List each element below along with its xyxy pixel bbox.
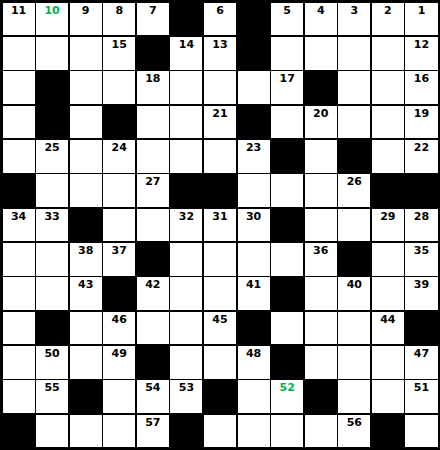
- letter-cell-r11c13[interactable]: 47: [405, 346, 437, 379]
- clue-number-31: 31: [212, 209, 227, 222]
- letter-cell-r7c5[interactable]: [137, 209, 169, 242]
- letter-cell-r2c1[interactable]: [3, 37, 35, 70]
- letter-cell-r5c2[interactable]: 25: [36, 140, 68, 173]
- clue-number-33: 33: [44, 209, 59, 222]
- letter-cell-r11c4[interactable]: 49: [103, 346, 135, 379]
- letter-cell-r7c4[interactable]: [103, 209, 135, 242]
- block-cell-r3c2: [36, 71, 68, 104]
- clue-number-34: 34: [11, 209, 26, 222]
- clue-number-24: 24: [112, 140, 127, 153]
- clue-number-19: 19: [414, 106, 429, 119]
- letter-cell-r11c2[interactable]: 50: [36, 346, 68, 379]
- clue-number-43: 43: [78, 277, 93, 290]
- letter-cell-r11c1[interactable]: [3, 346, 35, 379]
- block-cell-r10c13: [405, 312, 437, 345]
- clue-number-57: 57: [145, 415, 160, 428]
- letter-cell-r8c6[interactable]: [170, 243, 202, 276]
- letter-cell-r13c9[interactable]: [271, 415, 303, 448]
- block-cell-r12c3: [70, 380, 102, 413]
- clue-number-8: 8: [115, 3, 123, 16]
- letter-cell-r10c3[interactable]: [70, 312, 102, 345]
- block-cell-r4c8: [238, 106, 270, 139]
- letter-cell-r12c9[interactable]: 52: [271, 380, 303, 413]
- block-cell-r6c13: [405, 174, 437, 207]
- clue-number-47: 47: [414, 346, 429, 359]
- letter-cell-r2c2[interactable]: [36, 37, 68, 70]
- letter-cell-r10c4[interactable]: 46: [103, 312, 135, 345]
- letter-cell-r10c6[interactable]: [170, 312, 202, 345]
- letter-cell-r7c13[interactable]: 28: [405, 209, 437, 242]
- clue-number-29: 29: [380, 209, 395, 222]
- letter-cell-r3c3[interactable]: [70, 71, 102, 104]
- letter-cell-r3c8[interactable]: [238, 71, 270, 104]
- letter-cell-r10c11[interactable]: [338, 312, 370, 345]
- block-cell-r9c9: [271, 277, 303, 310]
- clue-number-7: 7: [149, 3, 157, 16]
- letter-cell-r2c4[interactable]: 15: [103, 37, 135, 70]
- letter-cell-r4c13[interactable]: 19: [405, 106, 437, 139]
- letter-cell-r13c4[interactable]: [103, 415, 135, 448]
- block-cell-r13c12: [372, 415, 404, 448]
- letter-cell-r1c1[interactable]: 11: [3, 3, 35, 36]
- clue-number-30: 30: [246, 209, 261, 222]
- letter-cell-r6c5[interactable]: 27: [137, 174, 169, 207]
- letter-cell-r8c8[interactable]: [238, 243, 270, 276]
- letter-cell-r1c7[interactable]: 6: [204, 3, 236, 36]
- block-cell-r5c9: [271, 140, 303, 173]
- clue-number-50: 50: [44, 346, 59, 359]
- letter-cell-r8c4[interactable]: 37: [103, 243, 135, 276]
- clue-number-36: 36: [313, 243, 328, 256]
- clue-number-11: 11: [11, 3, 26, 16]
- letter-cell-r6c10[interactable]: [305, 174, 337, 207]
- letter-cell-r7c2[interactable]: 33: [36, 209, 68, 242]
- letter-cell-r13c3[interactable]: [70, 415, 102, 448]
- letter-cell-r5c13[interactable]: 22: [405, 140, 437, 173]
- letter-cell-r9c12[interactable]: [372, 277, 404, 310]
- letter-cell-r9c5[interactable]: 42: [137, 277, 169, 310]
- clue-number-51: 51: [414, 380, 429, 393]
- letter-cell-r3c11[interactable]: [338, 71, 370, 104]
- letter-cell-r7c12[interactable]: 29: [372, 209, 404, 242]
- clue-number-35: 35: [414, 243, 429, 256]
- letter-cell-r13c7[interactable]: [204, 415, 236, 448]
- block-cell-r13c1: [3, 415, 35, 448]
- letter-cell-r8c7[interactable]: [204, 243, 236, 276]
- letter-cell-r3c12[interactable]: [372, 71, 404, 104]
- letter-cell-r9c1[interactable]: [3, 277, 35, 310]
- letter-cell-r13c5[interactable]: 57: [137, 415, 169, 448]
- letter-cell-r12c13[interactable]: 51: [405, 380, 437, 413]
- letter-cell-r5c3[interactable]: [70, 140, 102, 173]
- clue-number-55: 55: [44, 380, 59, 393]
- clue-number-2: 2: [384, 3, 392, 16]
- letter-cell-r7c10[interactable]: [305, 209, 337, 242]
- clue-number-15: 15: [112, 37, 127, 50]
- clue-number-23: 23: [246, 140, 261, 153]
- clue-number-39: 39: [414, 277, 429, 290]
- clue-number-3: 3: [350, 3, 358, 16]
- block-cell-r3c10: [305, 71, 337, 104]
- letter-cell-r8c12[interactable]: [372, 243, 404, 276]
- letter-cell-r9c10[interactable]: [305, 277, 337, 310]
- letter-cell-r4c12[interactable]: [372, 106, 404, 139]
- letter-cell-r13c8[interactable]: [238, 415, 270, 448]
- clue-number-44: 44: [380, 312, 395, 325]
- letter-cell-r2c11[interactable]: [338, 37, 370, 70]
- letter-cell-r7c8[interactable]: 30: [238, 209, 270, 242]
- letter-cell-r11c3[interactable]: [70, 346, 102, 379]
- block-cell-r2c8: [238, 37, 270, 70]
- block-cell-r11c5: [137, 346, 169, 379]
- clue-number-45: 45: [212, 312, 227, 325]
- letter-cell-r11c11[interactable]: [338, 346, 370, 379]
- clue-number-48: 48: [246, 346, 261, 359]
- letter-cell-r6c11[interactable]: 26: [338, 174, 370, 207]
- block-cell-r4c4: [103, 106, 135, 139]
- letter-cell-r5c8[interactable]: 23: [238, 140, 270, 173]
- block-cell-r1c6: [170, 3, 202, 36]
- block-cell-r6c12: [372, 174, 404, 207]
- letter-cell-r3c1[interactable]: [3, 71, 35, 104]
- clue-number-16: 16: [414, 71, 429, 84]
- letter-cell-r13c2[interactable]: [36, 415, 68, 448]
- letter-cell-r2c13[interactable]: 12: [405, 37, 437, 70]
- letter-cell-r9c3[interactable]: 43: [70, 277, 102, 310]
- letter-cell-r7c11[interactable]: [338, 209, 370, 242]
- clue-number-54: 54: [145, 380, 160, 393]
- clue-number-4: 4: [317, 3, 325, 16]
- letter-cell-r13c10[interactable]: [305, 415, 337, 448]
- clue-number-56: 56: [347, 415, 362, 428]
- letter-cell-r12c2[interactable]: 55: [36, 380, 68, 413]
- letter-cell-r2c12[interactable]: [372, 37, 404, 70]
- letter-cell-r2c9[interactable]: [271, 37, 303, 70]
- clue-number-25: 25: [44, 140, 59, 153]
- letter-cell-r9c6[interactable]: [170, 277, 202, 310]
- letter-cell-r5c7[interactable]: [204, 140, 236, 173]
- letter-cell-r3c5[interactable]: 18: [137, 71, 169, 104]
- letter-cell-r9c11[interactable]: 40: [338, 277, 370, 310]
- letter-cell-r6c2[interactable]: [36, 174, 68, 207]
- block-cell-r7c9: [271, 209, 303, 242]
- letter-cell-r3c6[interactable]: [170, 71, 202, 104]
- letter-cell-r4c1[interactable]: [3, 106, 35, 139]
- letter-cell-r6c3[interactable]: [70, 174, 102, 207]
- letter-cell-r12c1[interactable]: [3, 380, 35, 413]
- letter-cell-r5c4[interactable]: 24: [103, 140, 135, 173]
- letter-cell-r8c1[interactable]: [3, 243, 35, 276]
- letter-cell-r9c8[interactable]: 41: [238, 277, 270, 310]
- letter-cell-r8c3[interactable]: 38: [70, 243, 102, 276]
- letter-cell-r11c12[interactable]: [372, 346, 404, 379]
- clue-number-17: 17: [279, 71, 294, 84]
- letter-cell-r4c10[interactable]: 20: [305, 106, 337, 139]
- letter-cell-r1c11[interactable]: 3: [338, 3, 370, 36]
- clue-number-12: 12: [414, 37, 429, 50]
- letter-cell-r9c13[interactable]: 39: [405, 277, 437, 310]
- clue-number-40: 40: [347, 277, 362, 290]
- clue-number-9: 9: [82, 3, 90, 16]
- clue-number-42: 42: [145, 277, 160, 290]
- clue-number-14: 14: [179, 37, 194, 50]
- letter-cell-r3c9[interactable]: 17: [271, 71, 303, 104]
- letter-cell-r10c5[interactable]: [137, 312, 169, 345]
- letter-cell-r5c6[interactable]: [170, 140, 202, 173]
- letter-cell-r5c12[interactable]: [372, 140, 404, 173]
- block-cell-r13c6: [170, 415, 202, 448]
- clue-number-53: 53: [179, 380, 194, 393]
- letter-cell-r2c3[interactable]: [70, 37, 102, 70]
- letter-cell-r8c9[interactable]: [271, 243, 303, 276]
- letter-cell-r7c6[interactable]: 32: [170, 209, 202, 242]
- letter-cell-r12c5[interactable]: 54: [137, 380, 169, 413]
- letter-cell-r12c12[interactable]: [372, 380, 404, 413]
- letter-cell-r5c1[interactable]: [3, 140, 35, 173]
- letter-cell-r2c7[interactable]: 13: [204, 37, 236, 70]
- block-cell-r12c10: [305, 380, 337, 413]
- clue-number-46: 46: [112, 312, 127, 325]
- letter-cell-r1c5[interactable]: 7: [137, 3, 169, 36]
- letter-cell-r8c2[interactable]: [36, 243, 68, 276]
- letter-cell-r9c7[interactable]: [204, 277, 236, 310]
- block-cell-r8c11: [338, 243, 370, 276]
- letter-cell-r7c7[interactable]: 31: [204, 209, 236, 242]
- block-cell-r5c11: [338, 140, 370, 173]
- letter-cell-r10c7[interactable]: 45: [204, 312, 236, 345]
- letter-cell-r12c11[interactable]: [338, 380, 370, 413]
- letter-cell-r3c4[interactable]: [103, 71, 135, 104]
- block-cell-r4c2: [36, 106, 68, 139]
- letter-cell-r8c13[interactable]: 35: [405, 243, 437, 276]
- block-cell-r11c9: [271, 346, 303, 379]
- clue-number-5: 5: [283, 3, 291, 16]
- clue-number-37: 37: [112, 243, 127, 256]
- block-cell-r2c5: [137, 37, 169, 70]
- letter-cell-r4c11[interactable]: [338, 106, 370, 139]
- letter-cell-r4c9[interactable]: [271, 106, 303, 139]
- clue-number-10: 10: [44, 3, 59, 16]
- block-cell-r12c7: [204, 380, 236, 413]
- clue-number-21: 21: [212, 106, 227, 119]
- letter-cell-r11c10[interactable]: [305, 346, 337, 379]
- clue-number-18: 18: [145, 71, 160, 84]
- letter-cell-r3c7[interactable]: [204, 71, 236, 104]
- letter-cell-r10c12[interactable]: 44: [372, 312, 404, 345]
- clue-number-49: 49: [112, 346, 127, 359]
- block-cell-r10c8: [238, 312, 270, 345]
- letter-cell-r9c2[interactable]: [36, 277, 68, 310]
- block-cell-r6c6: [170, 174, 202, 207]
- letter-cell-r10c10[interactable]: [305, 312, 337, 345]
- letter-cell-r11c8[interactable]: 48: [238, 346, 270, 379]
- clue-number-27: 27: [145, 174, 160, 187]
- letter-cell-r1c9[interactable]: 5: [271, 3, 303, 36]
- block-cell-r10c2: [36, 312, 68, 345]
- letter-cell-r12c8[interactable]: [238, 380, 270, 413]
- clue-number-52: 52: [279, 380, 294, 393]
- letter-cell-r10c1[interactable]: [3, 312, 35, 345]
- letter-cell-r6c8[interactable]: [238, 174, 270, 207]
- letter-cell-r7c1[interactable]: 34: [3, 209, 35, 242]
- letter-cell-r5c10[interactable]: [305, 140, 337, 173]
- block-cell-r7c3: [70, 209, 102, 242]
- clue-number-26: 26: [347, 174, 362, 187]
- block-cell-r8c5: [137, 243, 169, 276]
- letter-cell-r6c4[interactable]: [103, 174, 135, 207]
- clue-number-32: 32: [179, 209, 194, 222]
- letter-cell-r11c7[interactable]: [204, 346, 236, 379]
- letter-cell-r4c5[interactable]: [137, 106, 169, 139]
- letter-cell-r1c10[interactable]: 4: [305, 3, 337, 36]
- clue-number-22: 22: [414, 140, 429, 153]
- letter-cell-r1c3[interactable]: 9: [70, 3, 102, 36]
- letter-cell-r13c13[interactable]: [405, 415, 437, 448]
- block-cell-r6c1: [3, 174, 35, 207]
- block-cell-r9c4: [103, 277, 135, 310]
- letter-cell-r2c10[interactable]: [305, 37, 337, 70]
- letter-cell-r1c13[interactable]: 1: [405, 3, 437, 36]
- letter-cell-r3c13[interactable]: 16: [405, 71, 437, 104]
- letter-cell-r5c5[interactable]: [137, 140, 169, 173]
- letter-cell-r1c4[interactable]: 8: [103, 3, 135, 36]
- clue-number-41: 41: [246, 277, 261, 290]
- letter-cell-r8c10[interactable]: 36: [305, 243, 337, 276]
- letter-cell-r4c7[interactable]: 21: [204, 106, 236, 139]
- clue-number-20: 20: [313, 106, 328, 119]
- letter-cell-r13c11[interactable]: 56: [338, 415, 370, 448]
- letter-cell-r12c4[interactable]: [103, 380, 135, 413]
- clue-number-6: 6: [216, 3, 224, 16]
- letter-cell-r2c6[interactable]: 14: [170, 37, 202, 70]
- clue-number-13: 13: [212, 37, 227, 50]
- letter-cell-r11c6[interactable]: [170, 346, 202, 379]
- letter-cell-r12c6[interactable]: 53: [170, 380, 202, 413]
- clue-number-1: 1: [418, 3, 426, 16]
- block-cell-r1c8: [238, 3, 270, 36]
- letter-cell-r6c9[interactable]: [271, 174, 303, 207]
- letter-cell-r1c2[interactable]: 10: [36, 3, 68, 36]
- block-cell-r6c7: [204, 174, 236, 207]
- letter-cell-r10c9[interactable]: [271, 312, 303, 345]
- crossword-grid: 1110987654321151413121817162120192524232…: [0, 0, 440, 450]
- letter-cell-r4c6[interactable]: [170, 106, 202, 139]
- clue-number-38: 38: [78, 243, 93, 256]
- letter-cell-r4c3[interactable]: [70, 106, 102, 139]
- clue-number-28: 28: [414, 209, 429, 222]
- letter-cell-r1c12[interactable]: 2: [372, 3, 404, 36]
